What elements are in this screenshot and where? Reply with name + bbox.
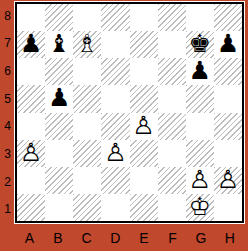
square-d7[interactable] bbox=[101, 31, 129, 58]
square-e4[interactable]: ♟♙ bbox=[130, 113, 158, 140]
piece-white-pawn[interactable]: ♟♙ bbox=[186, 167, 214, 194]
file-label-f: F bbox=[158, 224, 187, 251]
square-b6[interactable] bbox=[45, 58, 73, 85]
piece-white-king[interactable]: ♚♔ bbox=[186, 194, 214, 221]
rank-label-1: 1 bbox=[0, 195, 15, 223]
square-f1[interactable] bbox=[158, 194, 186, 221]
square-b2[interactable] bbox=[45, 167, 73, 194]
square-f7[interactable] bbox=[158, 31, 186, 58]
piece-white-pawn[interactable]: ♟♙ bbox=[130, 113, 158, 140]
square-a2[interactable] bbox=[17, 167, 45, 194]
square-b4[interactable] bbox=[45, 113, 73, 140]
rank-label-5: 5 bbox=[0, 85, 15, 113]
square-e1[interactable] bbox=[130, 194, 158, 221]
chess-diagram: 8 7 6 5 4 3 2 1 ♟♝♝♗♚♟♟♟♟♙♟♙♟♙♟♙♟♙♚♔ A B… bbox=[0, 0, 248, 251]
chess-board: ♟♝♝♗♚♟♟♟♟♙♟♙♟♙♟♙♟♙♚♔ bbox=[15, 2, 244, 223]
square-h4[interactable] bbox=[214, 113, 242, 140]
square-b5[interactable]: ♟ bbox=[45, 85, 73, 112]
square-g4[interactable] bbox=[186, 113, 214, 140]
piece-black-king[interactable]: ♚ bbox=[186, 31, 214, 58]
square-d2[interactable] bbox=[101, 167, 129, 194]
file-label-h: H bbox=[215, 224, 244, 251]
square-e8[interactable] bbox=[130, 4, 158, 31]
square-e3[interactable] bbox=[130, 140, 158, 167]
square-f6[interactable] bbox=[158, 58, 186, 85]
file-label-e: E bbox=[130, 224, 159, 251]
square-a8[interactable] bbox=[17, 4, 45, 31]
file-label-g: G bbox=[187, 224, 216, 251]
square-e7[interactable] bbox=[130, 31, 158, 58]
square-d8[interactable] bbox=[101, 4, 129, 31]
square-h7[interactable]: ♟ bbox=[214, 31, 242, 58]
rank-label-3: 3 bbox=[0, 140, 15, 168]
rank-label-6: 6 bbox=[0, 57, 15, 85]
square-g2[interactable]: ♟♙ bbox=[186, 167, 214, 194]
rank-label-8: 8 bbox=[0, 2, 15, 30]
file-label-b: B bbox=[44, 224, 73, 251]
square-d1[interactable] bbox=[101, 194, 129, 221]
square-f2[interactable] bbox=[158, 167, 186, 194]
square-e2[interactable] bbox=[130, 167, 158, 194]
file-labels: A B C D E F G H bbox=[15, 224, 244, 251]
square-g5[interactable] bbox=[186, 85, 214, 112]
piece-white-pawn[interactable]: ♟♙ bbox=[17, 140, 45, 167]
file-label-a: A bbox=[15, 224, 44, 251]
square-b3[interactable] bbox=[45, 140, 73, 167]
square-c5[interactable] bbox=[73, 85, 101, 112]
square-f8[interactable] bbox=[158, 4, 186, 31]
square-d6[interactable] bbox=[101, 58, 129, 85]
square-b8[interactable] bbox=[45, 4, 73, 31]
square-b1[interactable] bbox=[45, 194, 73, 221]
square-c3[interactable] bbox=[73, 140, 101, 167]
square-d4[interactable] bbox=[101, 113, 129, 140]
square-c2[interactable] bbox=[73, 167, 101, 194]
square-e6[interactable] bbox=[130, 58, 158, 85]
piece-white-pawn[interactable]: ♟♙ bbox=[214, 167, 242, 194]
square-c4[interactable] bbox=[73, 113, 101, 140]
rank-labels: 8 7 6 5 4 3 2 1 bbox=[0, 2, 15, 223]
rank-label-2: 2 bbox=[0, 168, 15, 196]
square-c6[interactable] bbox=[73, 58, 101, 85]
square-e5[interactable] bbox=[130, 85, 158, 112]
square-a6[interactable] bbox=[17, 58, 45, 85]
square-a3[interactable]: ♟♙ bbox=[17, 140, 45, 167]
square-a5[interactable] bbox=[17, 85, 45, 112]
piece-black-bishop[interactable]: ♝ bbox=[45, 31, 73, 58]
square-h6[interactable] bbox=[214, 58, 242, 85]
piece-black-pawn[interactable]: ♟ bbox=[186, 58, 214, 85]
square-d3[interactable]: ♟♙ bbox=[101, 140, 129, 167]
square-g3[interactable] bbox=[186, 140, 214, 167]
square-c1[interactable] bbox=[73, 194, 101, 221]
file-label-c: C bbox=[72, 224, 101, 251]
piece-black-pawn[interactable]: ♟ bbox=[45, 85, 73, 112]
square-f5[interactable] bbox=[158, 85, 186, 112]
square-g6[interactable]: ♟ bbox=[186, 58, 214, 85]
square-h5[interactable] bbox=[214, 85, 242, 112]
piece-black-pawn[interactable]: ♟ bbox=[17, 31, 45, 58]
square-b7[interactable]: ♝ bbox=[45, 31, 73, 58]
piece-black-pawn[interactable]: ♟ bbox=[214, 31, 242, 58]
square-d5[interactable] bbox=[101, 85, 129, 112]
piece-white-bishop[interactable]: ♝♗ bbox=[73, 31, 101, 58]
file-label-d: D bbox=[101, 224, 130, 251]
square-g7[interactable]: ♚ bbox=[186, 31, 214, 58]
square-a1[interactable] bbox=[17, 194, 45, 221]
rank-label-7: 7 bbox=[0, 30, 15, 58]
square-c8[interactable] bbox=[73, 4, 101, 31]
square-h3[interactable] bbox=[214, 140, 242, 167]
square-g1[interactable]: ♚♔ bbox=[186, 194, 214, 221]
square-h1[interactable] bbox=[214, 194, 242, 221]
square-c7[interactable]: ♝♗ bbox=[73, 31, 101, 58]
square-h2[interactable]: ♟♙ bbox=[214, 167, 242, 194]
piece-white-pawn[interactable]: ♟♙ bbox=[101, 140, 129, 167]
square-a7[interactable]: ♟ bbox=[17, 31, 45, 58]
square-a4[interactable] bbox=[17, 113, 45, 140]
rank-label-4: 4 bbox=[0, 113, 15, 141]
square-f4[interactable] bbox=[158, 113, 186, 140]
square-h8[interactable] bbox=[214, 4, 242, 31]
square-g8[interactable] bbox=[186, 4, 214, 31]
square-f3[interactable] bbox=[158, 140, 186, 167]
